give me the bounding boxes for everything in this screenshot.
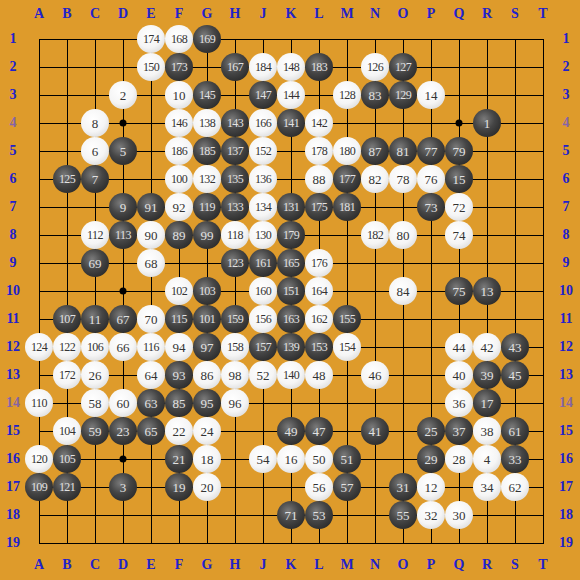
coord-label-col-bottom: R bbox=[482, 558, 492, 572]
coord-label-col-top: O bbox=[398, 7, 409, 21]
coord-label-col-top: M bbox=[340, 7, 353, 21]
coord-label-row-left: 3 bbox=[10, 88, 17, 102]
coord-label-col-bottom: N bbox=[370, 558, 380, 572]
white-stone-move-158[interactable]: 158 bbox=[221, 333, 249, 361]
white-stone-move-148[interactable]: 148 bbox=[277, 53, 305, 81]
coord-label-col-top: P bbox=[427, 7, 436, 21]
black-stone-move-101[interactable]: 101 bbox=[193, 305, 221, 333]
coord-label-col-bottom: S bbox=[511, 558, 519, 572]
black-stone-move-179[interactable]: 179 bbox=[277, 221, 305, 249]
white-stone-move-120[interactable]: 120 bbox=[25, 445, 53, 473]
black-stone-move-75[interactable]: 75 bbox=[445, 277, 473, 305]
white-stone-move-176[interactable]: 176 bbox=[305, 249, 333, 277]
white-stone-move-18[interactable]: 18 bbox=[193, 445, 221, 473]
white-stone-move-154[interactable]: 154 bbox=[333, 333, 361, 361]
coord-label-col-bottom: K bbox=[286, 558, 297, 572]
coord-label-col-bottom: E bbox=[146, 558, 155, 572]
white-stone-move-178[interactable]: 178 bbox=[305, 137, 333, 165]
white-stone-move-28[interactable]: 28 bbox=[445, 445, 473, 473]
white-stone-move-44[interactable]: 44 bbox=[445, 333, 473, 361]
black-stone-move-85[interactable]: 85 bbox=[165, 389, 193, 417]
coord-label-row-left: 16 bbox=[6, 452, 20, 466]
coord-label-row-right: 3 bbox=[563, 88, 570, 102]
white-stone-move-168[interactable]: 168 bbox=[165, 25, 193, 53]
white-stone-move-24[interactable]: 24 bbox=[193, 417, 221, 445]
black-stone-move-19[interactable]: 19 bbox=[165, 473, 193, 501]
coord-label-col-bottom: T bbox=[538, 558, 547, 572]
white-stone-move-58[interactable]: 58 bbox=[81, 389, 109, 417]
white-stone-move-150[interactable]: 150 bbox=[137, 53, 165, 81]
coord-label-col-top: F bbox=[175, 7, 184, 21]
coord-label-row-left: 17 bbox=[6, 480, 20, 494]
black-stone-move-33[interactable]: 33 bbox=[501, 445, 529, 473]
black-stone-move-175[interactable]: 175 bbox=[305, 193, 333, 221]
white-stone-move-186[interactable]: 186 bbox=[165, 137, 193, 165]
coord-label-row-right: 6 bbox=[563, 172, 570, 186]
coord-label-col-top: Q bbox=[454, 7, 465, 21]
coord-label-col-top: B bbox=[62, 7, 71, 21]
coord-label-col-top: E bbox=[146, 7, 155, 21]
black-stone-move-173[interactable]: 173 bbox=[165, 53, 193, 81]
coord-label-col-bottom: D bbox=[118, 558, 128, 572]
black-stone-move-93[interactable]: 93 bbox=[165, 361, 193, 389]
white-stone-move-106[interactable]: 106 bbox=[81, 333, 109, 361]
coord-label-row-right: 1 bbox=[563, 32, 570, 46]
white-stone-move-172[interactable]: 172 bbox=[53, 361, 81, 389]
black-stone-move-73[interactable]: 73 bbox=[417, 193, 445, 221]
black-stone-move-41[interactable]: 41 bbox=[361, 417, 389, 445]
black-stone-move-29[interactable]: 29 bbox=[417, 445, 445, 473]
white-stone-move-132[interactable]: 132 bbox=[193, 165, 221, 193]
black-stone-move-15[interactable]: 15 bbox=[445, 165, 473, 193]
white-stone-move-72[interactable]: 72 bbox=[445, 193, 473, 221]
coord-label-row-right: 2 bbox=[563, 60, 570, 74]
coord-label-col-bottom: L bbox=[314, 558, 323, 572]
black-stone-move-21[interactable]: 21 bbox=[165, 445, 193, 473]
white-stone-move-94[interactable]: 94 bbox=[165, 333, 193, 361]
white-stone-move-2[interactable]: 2 bbox=[109, 81, 137, 109]
black-stone-move-159[interactable]: 159 bbox=[221, 305, 249, 333]
white-stone-move-184[interactable]: 184 bbox=[249, 53, 277, 81]
coord-label-col-bottom: J bbox=[260, 558, 267, 572]
coord-label-col-top: N bbox=[370, 7, 380, 21]
white-stone-move-10[interactable]: 10 bbox=[165, 81, 193, 109]
white-stone-move-80[interactable]: 80 bbox=[389, 221, 417, 249]
black-stone-move-107[interactable]: 107 bbox=[53, 305, 81, 333]
black-stone-move-89[interactable]: 89 bbox=[165, 221, 193, 249]
white-stone-move-60[interactable]: 60 bbox=[109, 389, 137, 417]
coord-label-col-bottom: A bbox=[34, 558, 44, 572]
black-stone-move-163[interactable]: 163 bbox=[277, 305, 305, 333]
white-stone-move-160[interactable]: 160 bbox=[249, 277, 277, 305]
black-stone-move-13[interactable]: 13 bbox=[473, 277, 501, 305]
black-stone-move-5[interactable]: 5 bbox=[109, 137, 137, 165]
white-stone-move-42[interactable]: 42 bbox=[473, 333, 501, 361]
black-stone-move-63[interactable]: 63 bbox=[137, 389, 165, 417]
black-stone-move-11[interactable]: 11 bbox=[81, 305, 109, 333]
black-stone-move-79[interactable]: 79 bbox=[445, 137, 473, 165]
black-stone-move-151[interactable]: 151 bbox=[277, 277, 305, 305]
grid-line-vertical bbox=[375, 39, 376, 544]
white-stone-move-38[interactable]: 38 bbox=[473, 417, 501, 445]
coord-label-row-right: 14 bbox=[559, 396, 573, 410]
coord-label-row-left: 12 bbox=[6, 340, 20, 354]
white-stone-move-50[interactable]: 50 bbox=[305, 445, 333, 473]
coord-label-row-left: 14 bbox=[6, 396, 20, 410]
coord-label-col-bottom: G bbox=[202, 558, 213, 572]
coord-label-row-right: 9 bbox=[563, 256, 570, 270]
coord-label-row-left: 19 bbox=[6, 536, 20, 550]
black-stone-move-121[interactable]: 121 bbox=[53, 473, 81, 501]
white-stone-move-180[interactable]: 180 bbox=[333, 137, 361, 165]
white-stone-move-48[interactable]: 48 bbox=[305, 361, 333, 389]
black-stone-move-7[interactable]: 7 bbox=[81, 165, 109, 193]
coord-label-row-left: 18 bbox=[6, 508, 20, 522]
white-stone-move-98[interactable]: 98 bbox=[221, 361, 249, 389]
white-stone-move-84[interactable]: 84 bbox=[389, 277, 417, 305]
coord-label-row-right: 5 bbox=[563, 144, 570, 158]
black-stone-move-113[interactable]: 113 bbox=[109, 221, 137, 249]
white-stone-move-78[interactable]: 78 bbox=[389, 165, 417, 193]
coord-label-col-top: H bbox=[230, 7, 241, 21]
black-stone-move-177[interactable]: 177 bbox=[333, 165, 361, 193]
white-stone-move-46[interactable]: 46 bbox=[361, 361, 389, 389]
black-stone-move-181[interactable]: 181 bbox=[333, 193, 361, 221]
white-stone-move-122[interactable]: 122 bbox=[53, 333, 81, 361]
black-stone-move-153[interactable]: 153 bbox=[305, 333, 333, 361]
black-stone-move-97[interactable]: 97 bbox=[193, 333, 221, 361]
black-stone-move-105[interactable]: 105 bbox=[53, 445, 81, 473]
hoshi-point bbox=[120, 120, 127, 127]
white-stone-move-34[interactable]: 34 bbox=[473, 473, 501, 501]
coord-label-col-top: K bbox=[286, 7, 297, 21]
coord-label-row-left: 6 bbox=[10, 172, 17, 186]
coord-label-row-left: 2 bbox=[10, 60, 17, 74]
black-stone-move-83[interactable]: 83 bbox=[361, 81, 389, 109]
white-stone-move-130[interactable]: 130 bbox=[249, 221, 277, 249]
coord-label-col-top: D bbox=[118, 7, 128, 21]
black-stone-move-59[interactable]: 59 bbox=[81, 417, 109, 445]
black-stone-move-155[interactable]: 155 bbox=[333, 305, 361, 333]
black-stone-move-139[interactable]: 139 bbox=[277, 333, 305, 361]
coord-label-col-top: A bbox=[34, 7, 44, 21]
coord-label-col-bottom: F bbox=[175, 558, 184, 572]
coord-label-row-left: 10 bbox=[6, 284, 20, 298]
coord-label-col-bottom: C bbox=[90, 558, 100, 572]
white-stone-move-56[interactable]: 56 bbox=[305, 473, 333, 501]
coord-label-row-left: 13 bbox=[6, 368, 20, 382]
coord-label-row-left: 5 bbox=[10, 144, 17, 158]
coord-label-row-left: 15 bbox=[6, 424, 20, 438]
black-stone-move-129[interactable]: 129 bbox=[389, 81, 417, 109]
coord-label-col-bottom: P bbox=[427, 558, 436, 572]
white-stone-move-152[interactable]: 152 bbox=[249, 137, 277, 165]
black-stone-move-91[interactable]: 91 bbox=[137, 193, 165, 221]
coord-label-col-top: J bbox=[260, 7, 267, 21]
white-stone-move-118[interactable]: 118 bbox=[221, 221, 249, 249]
white-stone-move-102[interactable]: 102 bbox=[165, 277, 193, 305]
white-stone-move-182[interactable]: 182 bbox=[361, 221, 389, 249]
coord-label-col-top: T bbox=[538, 7, 547, 21]
white-stone-move-4[interactable]: 4 bbox=[473, 445, 501, 473]
black-stone-move-45[interactable]: 45 bbox=[501, 361, 529, 389]
white-stone-move-144[interactable]: 144 bbox=[277, 81, 305, 109]
white-stone-move-32[interactable]: 32 bbox=[417, 501, 445, 529]
white-stone-move-22[interactable]: 22 bbox=[165, 417, 193, 445]
coord-label-row-right: 13 bbox=[559, 368, 573, 382]
white-stone-move-138[interactable]: 138 bbox=[193, 109, 221, 137]
white-stone-move-174[interactable]: 174 bbox=[137, 25, 165, 53]
black-stone-move-99[interactable]: 99 bbox=[193, 221, 221, 249]
white-stone-move-100[interactable]: 100 bbox=[165, 165, 193, 193]
coord-label-row-right: 19 bbox=[559, 536, 573, 550]
white-stone-move-68[interactable]: 68 bbox=[137, 249, 165, 277]
coord-label-row-right: 11 bbox=[559, 312, 572, 326]
coord-label-row-right: 8 bbox=[563, 228, 570, 242]
black-stone-move-109[interactable]: 109 bbox=[25, 473, 53, 501]
black-stone-move-131[interactable]: 131 bbox=[277, 193, 305, 221]
black-stone-move-53[interactable]: 53 bbox=[305, 501, 333, 529]
black-stone-move-69[interactable]: 69 bbox=[81, 249, 109, 277]
hoshi-point bbox=[456, 120, 463, 127]
grid-line-vertical bbox=[543, 39, 544, 544]
coord-label-row-right: 17 bbox=[559, 480, 573, 494]
black-stone-move-165[interactable]: 165 bbox=[277, 249, 305, 277]
black-stone-move-161[interactable]: 161 bbox=[249, 249, 277, 277]
white-stone-move-70[interactable]: 70 bbox=[137, 305, 165, 333]
black-stone-move-37[interactable]: 37 bbox=[445, 417, 473, 445]
white-stone-move-20[interactable]: 20 bbox=[193, 473, 221, 501]
coord-label-row-right: 16 bbox=[559, 452, 573, 466]
coord-label-col-bottom: O bbox=[398, 558, 409, 572]
black-stone-move-145[interactable]: 145 bbox=[193, 81, 221, 109]
coord-label-col-bottom: Q bbox=[454, 558, 465, 572]
white-stone-move-104[interactable]: 104 bbox=[53, 417, 81, 445]
white-stone-move-110[interactable]: 110 bbox=[25, 389, 53, 417]
black-stone-move-65[interactable]: 65 bbox=[137, 417, 165, 445]
white-stone-move-140[interactable]: 140 bbox=[277, 361, 305, 389]
black-stone-move-123[interactable]: 123 bbox=[221, 249, 249, 277]
grid-line-horizontal bbox=[39, 543, 544, 544]
coord-label-col-top: L bbox=[314, 7, 323, 21]
white-stone-move-66[interactable]: 66 bbox=[109, 333, 137, 361]
coord-label-row-left: 8 bbox=[10, 228, 17, 242]
white-stone-move-142[interactable]: 142 bbox=[305, 109, 333, 137]
white-stone-move-92[interactable]: 92 bbox=[165, 193, 193, 221]
white-stone-move-128[interactable]: 128 bbox=[333, 81, 361, 109]
black-stone-move-137[interactable]: 137 bbox=[221, 137, 249, 165]
white-stone-move-62[interactable]: 62 bbox=[501, 473, 529, 501]
black-stone-move-119[interactable]: 119 bbox=[193, 193, 221, 221]
go-board[interactable]: AABBCCDDEEFFGGHHJJKKLLMMNNOOPPQQRRSSTT11… bbox=[0, 0, 580, 580]
black-stone-move-71[interactable]: 71 bbox=[277, 501, 305, 529]
black-stone-move-47[interactable]: 47 bbox=[305, 417, 333, 445]
black-stone-move-3[interactable]: 3 bbox=[109, 473, 137, 501]
black-stone-move-25[interactable]: 25 bbox=[417, 417, 445, 445]
white-stone-move-74[interactable]: 74 bbox=[445, 221, 473, 249]
black-stone-move-95[interactable]: 95 bbox=[193, 389, 221, 417]
white-stone-move-6[interactable]: 6 bbox=[81, 137, 109, 165]
white-stone-move-12[interactable]: 12 bbox=[417, 473, 445, 501]
white-stone-move-156[interactable]: 156 bbox=[249, 305, 277, 333]
black-stone-move-39[interactable]: 39 bbox=[473, 361, 501, 389]
white-stone-move-36[interactable]: 36 bbox=[445, 389, 473, 417]
coord-label-col-top: G bbox=[202, 7, 213, 21]
coord-label-row-right: 18 bbox=[559, 508, 573, 522]
coord-label-col-bottom: B bbox=[62, 558, 71, 572]
black-stone-move-125[interactable]: 125 bbox=[53, 165, 81, 193]
black-stone-move-49[interactable]: 49 bbox=[277, 417, 305, 445]
white-stone-move-136[interactable]: 136 bbox=[249, 165, 277, 193]
black-stone-move-1[interactable]: 1 bbox=[473, 109, 501, 137]
black-stone-move-103[interactable]: 103 bbox=[193, 277, 221, 305]
coord-label-row-left: 11 bbox=[6, 312, 19, 326]
coord-label-row-right: 15 bbox=[559, 424, 573, 438]
black-stone-move-9[interactable]: 9 bbox=[109, 193, 137, 221]
black-stone-move-57[interactable]: 57 bbox=[333, 473, 361, 501]
black-stone-move-185[interactable]: 185 bbox=[193, 137, 221, 165]
black-stone-move-147[interactable]: 147 bbox=[249, 81, 277, 109]
coord-label-col-bottom: H bbox=[230, 558, 241, 572]
white-stone-move-162[interactable]: 162 bbox=[305, 305, 333, 333]
black-stone-move-127[interactable]: 127 bbox=[389, 53, 417, 81]
black-stone-move-141[interactable]: 141 bbox=[277, 109, 305, 137]
white-stone-move-52[interactable]: 52 bbox=[249, 361, 277, 389]
white-stone-move-166[interactable]: 166 bbox=[249, 109, 277, 137]
white-stone-move-26[interactable]: 26 bbox=[81, 361, 109, 389]
white-stone-move-86[interactable]: 86 bbox=[193, 361, 221, 389]
black-stone-move-51[interactable]: 51 bbox=[333, 445, 361, 473]
hoshi-point bbox=[120, 288, 127, 295]
coord-label-row-right: 4 bbox=[563, 116, 570, 130]
black-stone-move-81[interactable]: 81 bbox=[389, 137, 417, 165]
white-stone-move-88[interactable]: 88 bbox=[305, 165, 333, 193]
black-stone-move-143[interactable]: 143 bbox=[221, 109, 249, 137]
coord-label-col-bottom: M bbox=[340, 558, 353, 572]
black-stone-move-183[interactable]: 183 bbox=[305, 53, 333, 81]
black-stone-move-167[interactable]: 167 bbox=[221, 53, 249, 81]
black-stone-move-17[interactable]: 17 bbox=[473, 389, 501, 417]
coord-label-row-left: 7 bbox=[10, 200, 17, 214]
white-stone-move-82[interactable]: 82 bbox=[361, 165, 389, 193]
hoshi-point bbox=[120, 456, 127, 463]
black-stone-move-135[interactable]: 135 bbox=[221, 165, 249, 193]
black-stone-move-157[interactable]: 157 bbox=[249, 333, 277, 361]
white-stone-move-14[interactable]: 14 bbox=[417, 81, 445, 109]
white-stone-move-116[interactable]: 116 bbox=[137, 333, 165, 361]
black-stone-move-43[interactable]: 43 bbox=[501, 333, 529, 361]
white-stone-move-76[interactable]: 76 bbox=[417, 165, 445, 193]
coord-label-col-top: C bbox=[90, 7, 100, 21]
white-stone-move-124[interactable]: 124 bbox=[25, 333, 53, 361]
white-stone-move-134[interactable]: 134 bbox=[249, 193, 277, 221]
white-stone-move-16[interactable]: 16 bbox=[277, 445, 305, 473]
white-stone-move-64[interactable]: 64 bbox=[137, 361, 165, 389]
white-stone-move-40[interactable]: 40 bbox=[445, 361, 473, 389]
black-stone-move-77[interactable]: 77 bbox=[417, 137, 445, 165]
coord-label-col-top: S bbox=[511, 7, 519, 21]
black-stone-move-87[interactable]: 87 bbox=[361, 137, 389, 165]
coord-label-row-left: 9 bbox=[10, 256, 17, 270]
coord-label-row-right: 10 bbox=[559, 284, 573, 298]
white-stone-move-8[interactable]: 8 bbox=[81, 109, 109, 137]
coord-label-row-left: 4 bbox=[10, 116, 17, 130]
white-stone-move-30[interactable]: 30 bbox=[445, 501, 473, 529]
black-stone-move-55[interactable]: 55 bbox=[389, 501, 417, 529]
coord-label-col-top: R bbox=[482, 7, 492, 21]
white-stone-move-126[interactable]: 126 bbox=[361, 53, 389, 81]
black-stone-move-23[interactable]: 23 bbox=[109, 417, 137, 445]
white-stone-move-96[interactable]: 96 bbox=[221, 389, 249, 417]
white-stone-move-112[interactable]: 112 bbox=[81, 221, 109, 249]
black-stone-move-169[interactable]: 169 bbox=[193, 25, 221, 53]
coord-label-row-right: 7 bbox=[563, 200, 570, 214]
coord-label-row-right: 12 bbox=[559, 340, 573, 354]
white-stone-move-146[interactable]: 146 bbox=[165, 109, 193, 137]
black-stone-move-133[interactable]: 133 bbox=[221, 193, 249, 221]
black-stone-move-61[interactable]: 61 bbox=[501, 417, 529, 445]
black-stone-move-115[interactable]: 115 bbox=[165, 305, 193, 333]
coord-label-row-left: 1 bbox=[10, 32, 17, 46]
white-stone-move-90[interactable]: 90 bbox=[137, 221, 165, 249]
black-stone-move-67[interactable]: 67 bbox=[109, 305, 137, 333]
white-stone-move-164[interactable]: 164 bbox=[305, 277, 333, 305]
white-stone-move-54[interactable]: 54 bbox=[249, 445, 277, 473]
black-stone-move-31[interactable]: 31 bbox=[389, 473, 417, 501]
